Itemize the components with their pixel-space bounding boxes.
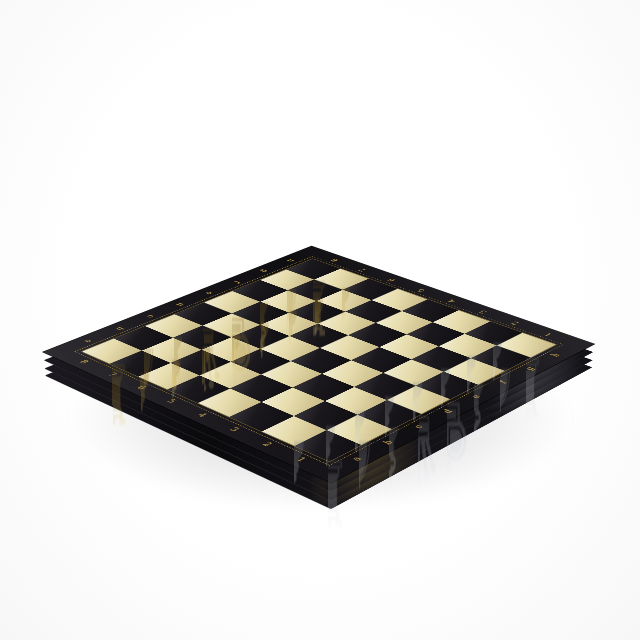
coord-rank-left-2: 2	[260, 441, 275, 448]
piece-glyph: ♟	[189, 288, 215, 339]
coord-file-near-a: a	[349, 455, 364, 462]
coord-rank-right-6: 6	[385, 278, 397, 283]
coord-rank-left-6: 6	[135, 385, 149, 391]
piece-glyph: ♟	[303, 243, 327, 292]
coord-file-near-f: f	[497, 380, 509, 385]
piece-glyph: ♜	[305, 355, 351, 447]
piece-glyph: ♟	[126, 312, 153, 365]
coord-rank-left-3: 3	[227, 426, 241, 433]
coord-file-near-g: g	[523, 365, 537, 371]
perspective-wrapper: ♜♜♞♞♝♝♛♛♚♚♝♝♞♞♜♜♟♟♟♟♟♟♟♟♟♟♟♟♟♟♟♟♟♟♟♟♟♟♟♟…	[0, 0, 640, 640]
piece-glyph: ♟	[158, 300, 184, 352]
coord-file-near-d: d	[440, 408, 454, 414]
coord-rank-left-7: 7	[106, 372, 120, 378]
chess-board: ♜♜♞♞♝♝♛♛♚♚♝♝♞♞♜♜♟♟♟♟♟♟♟♟♟♟♟♟♟♟♟♟♟♟♟♟♟♟♟♟…	[43, 246, 594, 483]
piece-glyph: ♟	[330, 233, 354, 281]
coord-rank-left-1: 1	[294, 456, 309, 463]
coord-file-near-h: h	[549, 352, 563, 358]
coord-file-near-e: e	[469, 393, 483, 399]
coord-rank-left-5: 5	[165, 398, 179, 404]
piece-glyph: ♟	[248, 265, 273, 315]
coord-file-near-b: b	[381, 439, 396, 446]
piece-glyph: ♟	[280, 376, 308, 433]
coord-file-near-c: c	[411, 423, 425, 429]
piece-glyph: ♟	[219, 276, 244, 327]
coord-rank-left-4: 4	[196, 412, 210, 419]
coord-rank-left-8: 8	[78, 359, 92, 365]
coord-rank-right-7: 7	[357, 268, 369, 273]
product-photo-stage: ♜♜♞♞♝♝♛♛♚♚♝♝♞♞♜♜♟♟♟♟♟♟♟♟♟♟♟♟♟♟♟♟♟♟♟♟♟♟♟♟…	[0, 0, 640, 640]
board-playfield: ♜♜♞♞♝♝♛♛♚♚♝♝♞♞♜♜♟♟♟♟♟♟♟♟♟♟♟♟♟♟♟♟♟♟♟♟♟♟♟♟…	[81, 259, 557, 462]
board-frame: ♜♜♞♞♝♝♛♛♚♚♝♝♞♞♜♜♟♟♟♟♟♟♟♟♟♟♟♟♟♟♟♟♟♟♟♟♟♟♟♟…	[43, 246, 594, 483]
piece-glyph: ♟	[276, 254, 300, 303]
